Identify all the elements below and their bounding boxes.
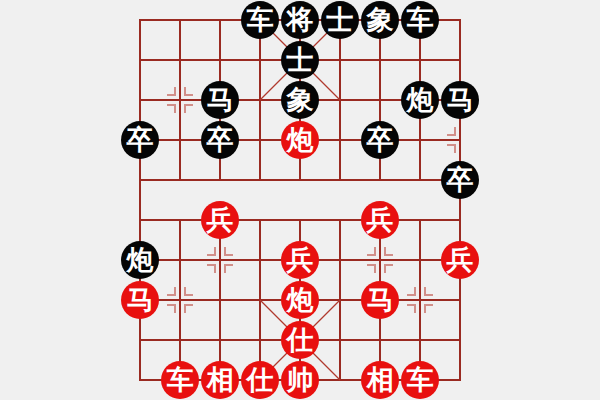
piece-red-cannon[interactable]: 炮 bbox=[281, 281, 319, 319]
piece-black-cannon[interactable]: 炮 bbox=[121, 241, 159, 279]
piece-red-horse[interactable]: 马 bbox=[121, 281, 159, 319]
point-marker bbox=[384, 247, 386, 256]
piece-black-elephant[interactable]: 象 bbox=[361, 1, 399, 39]
piece-red-elephant[interactable]: 相 bbox=[361, 361, 399, 399]
piece-red-horse[interactable]: 马 bbox=[361, 281, 399, 319]
piece-red-soldier[interactable]: 兵 bbox=[281, 241, 319, 279]
piece-black-chariot[interactable]: 车 bbox=[241, 1, 279, 39]
point-marker bbox=[174, 304, 176, 313]
point-marker bbox=[224, 247, 226, 256]
piece-black-soldier[interactable]: 卒 bbox=[361, 121, 399, 159]
piece-black-elephant[interactable]: 象 bbox=[281, 81, 319, 119]
point-marker bbox=[174, 287, 176, 296]
xiangqi-screen: 车将士象车士马象炮马卒卒卒卒炮炮兵兵兵兵马炮马仕车相仕帅相车 bbox=[0, 0, 600, 400]
piece-red-cannon[interactable]: 炮 bbox=[281, 121, 319, 159]
piece-black-horse[interactable]: 马 bbox=[201, 81, 239, 119]
point-marker bbox=[174, 104, 176, 113]
point-marker bbox=[184, 304, 186, 313]
point-marker bbox=[414, 304, 416, 313]
point-marker bbox=[374, 264, 376, 273]
point-marker bbox=[184, 104, 186, 113]
piece-black-advisor[interactable]: 士 bbox=[321, 1, 359, 39]
piece-black-cannon[interactable]: 炮 bbox=[401, 81, 439, 119]
point-marker bbox=[454, 127, 456, 136]
point-marker bbox=[174, 87, 176, 96]
piece-black-horse[interactable]: 马 bbox=[441, 81, 479, 119]
piece-red-soldier[interactable]: 兵 bbox=[201, 201, 239, 239]
piece-black-general[interactable]: 将 bbox=[281, 1, 319, 39]
piece-black-soldier[interactable]: 卒 bbox=[441, 161, 479, 199]
point-marker bbox=[374, 247, 376, 256]
point-marker bbox=[454, 144, 456, 153]
point-marker bbox=[424, 304, 426, 313]
point-marker bbox=[424, 287, 426, 296]
piece-red-soldier[interactable]: 兵 bbox=[441, 241, 479, 279]
point-marker bbox=[214, 264, 216, 273]
point-marker bbox=[184, 87, 186, 96]
point-marker bbox=[184, 287, 186, 296]
piece-red-chariot[interactable]: 车 bbox=[401, 361, 439, 399]
piece-red-chariot[interactable]: 车 bbox=[161, 361, 199, 399]
point-marker bbox=[224, 264, 226, 273]
piece-red-advisor[interactable]: 仕 bbox=[281, 321, 319, 359]
piece-red-soldier[interactable]: 兵 bbox=[361, 201, 399, 239]
piece-black-chariot[interactable]: 车 bbox=[401, 1, 439, 39]
point-marker bbox=[414, 287, 416, 296]
point-marker bbox=[384, 264, 386, 273]
piece-black-soldier[interactable]: 卒 bbox=[121, 121, 159, 159]
piece-red-general[interactable]: 帅 bbox=[281, 361, 319, 399]
piece-red-advisor[interactable]: 仕 bbox=[241, 361, 279, 399]
piece-black-advisor[interactable]: 士 bbox=[281, 41, 319, 79]
piece-black-soldier[interactable]: 卒 bbox=[201, 121, 239, 159]
piece-red-elephant[interactable]: 相 bbox=[201, 361, 239, 399]
point-marker bbox=[214, 247, 216, 256]
